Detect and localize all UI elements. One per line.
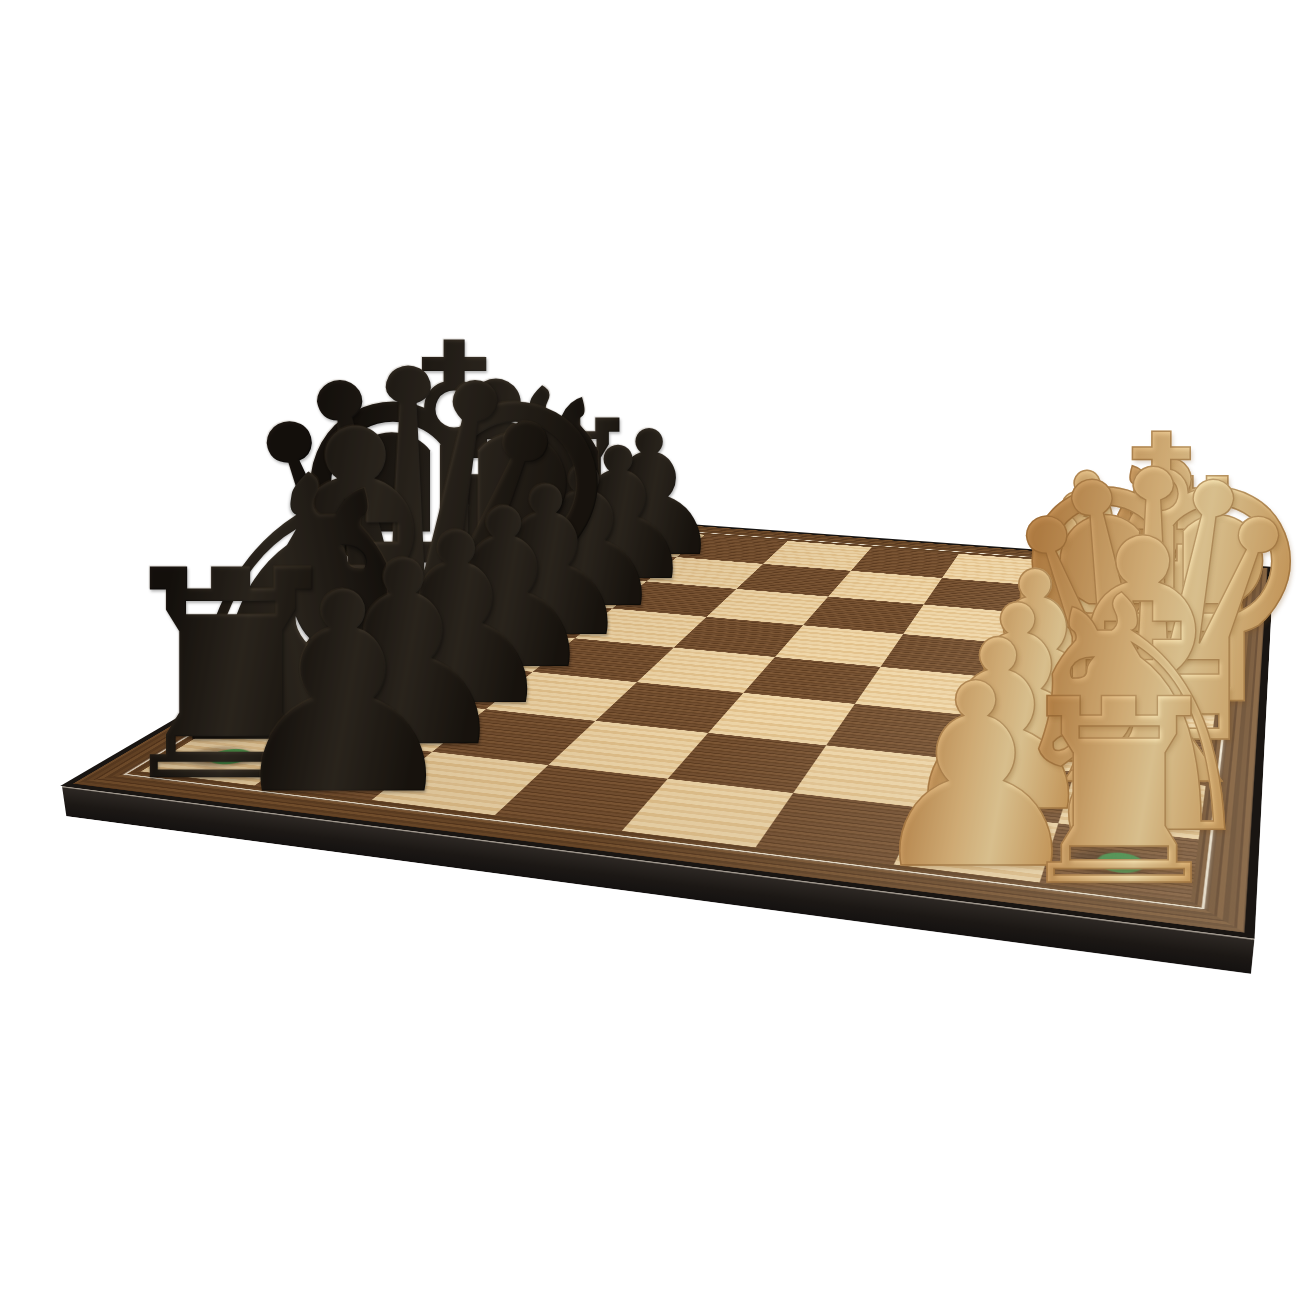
piece-shadow [223, 696, 350, 732]
piece-shadow [1078, 737, 1190, 778]
felt-base [310, 759, 374, 781]
square-b6 [432, 709, 594, 765]
piece-shadow [388, 670, 506, 703]
square-d3 [854, 667, 988, 715]
piece-shadow [900, 821, 1031, 873]
felt-base [947, 832, 1006, 859]
piece-shadow [974, 686, 1080, 721]
square-a4 [622, 779, 793, 848]
piece-shadow [330, 708, 457, 745]
square-c2 [947, 715, 1088, 772]
square-c5 [595, 682, 744, 733]
piece-shadow [1062, 784, 1182, 831]
square-c1 [1074, 727, 1212, 786]
square-c4 [708, 693, 854, 746]
piece-shadow [286, 660, 404, 692]
piece-shadow [1044, 837, 1174, 892]
piece-shadow [264, 750, 401, 793]
square-c8 [278, 652, 432, 698]
square-a7 [254, 739, 432, 800]
felt-base [972, 780, 1027, 803]
square-b1 [1058, 772, 1206, 839]
felt-base [373, 716, 432, 735]
felt-base [1091, 849, 1149, 877]
square-d2 [969, 677, 1101, 727]
piece-shadow [1092, 697, 1197, 733]
piece-shadow [1104, 661, 1202, 693]
felt-base [1119, 746, 1169, 767]
square-b5 [548, 721, 708, 779]
square-d4 [744, 657, 880, 704]
felt-base [1130, 705, 1176, 724]
felt-base [993, 734, 1044, 754]
piece-shadow [928, 770, 1050, 815]
felt-base [1140, 668, 1184, 685]
felt-base [266, 704, 326, 723]
felt-base [1029, 658, 1073, 674]
square-b7 [321, 698, 485, 752]
square-b8 [214, 687, 380, 739]
square-a5 [494, 765, 668, 831]
square-a8 [141, 727, 321, 786]
square-b4 [668, 733, 826, 793]
scene [0, 0, 1300, 1300]
square-a3 [755, 793, 923, 865]
felt-base [327, 667, 383, 684]
square-a6 [372, 752, 548, 815]
chess-board [60, 512, 1273, 939]
square-c3 [826, 704, 970, 759]
felt-base [1012, 694, 1059, 712]
felt-base [1106, 794, 1159, 818]
felt-base [428, 678, 483, 695]
square-a1 [1039, 823, 1199, 901]
square-c7 [380, 662, 533, 709]
square-d1 [1088, 687, 1217, 739]
square-b3 [793, 745, 948, 807]
square-a2 [894, 808, 1058, 883]
piece-shadow [151, 737, 288, 778]
piece-shadow [952, 725, 1065, 765]
square-e1 [1101, 652, 1222, 698]
felt-base [198, 746, 263, 767]
square-c6 [486, 672, 637, 721]
square-b2 [923, 758, 1074, 823]
chess-set-photo: ♜♟♟♜♞♟♟♞♝♟♟♝♚♟♟♚♛♟♟♛♝♟♟♝♞♟♟♞♜♟♟♜ [0, 0, 1300, 1300]
